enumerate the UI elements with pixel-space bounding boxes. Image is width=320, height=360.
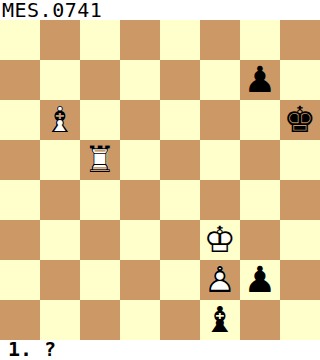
square-g2[interactable]: ♟: [240, 260, 280, 300]
square-b5[interactable]: [40, 140, 80, 180]
black-pawn-icon: ♟: [240, 60, 280, 100]
square-f7[interactable]: [200, 60, 240, 100]
square-c6[interactable]: [80, 100, 120, 140]
black-pawn-icon: ♟: [240, 260, 280, 300]
square-f4[interactable]: [200, 180, 240, 220]
square-a3[interactable]: [0, 220, 40, 260]
square-e5[interactable]: [160, 140, 200, 180]
square-d3[interactable]: [120, 220, 160, 260]
square-g6[interactable]: [240, 100, 280, 140]
square-c5[interactable]: ♜♖: [80, 140, 120, 180]
square-c7[interactable]: [80, 60, 120, 100]
square-f6[interactable]: [200, 100, 240, 140]
white-pawn-icon: ♙: [200, 260, 240, 300]
square-c1[interactable]: [80, 300, 120, 340]
square-g1[interactable]: [240, 300, 280, 340]
square-a2[interactable]: [0, 260, 40, 300]
square-e1[interactable]: [160, 300, 200, 340]
square-e3[interactable]: [160, 220, 200, 260]
square-e8[interactable]: [160, 20, 200, 60]
square-c3[interactable]: [80, 220, 120, 260]
square-a1[interactable]: [0, 300, 40, 340]
white-rook-fill: ♜: [80, 140, 120, 180]
square-d7[interactable]: [120, 60, 160, 100]
square-b6[interactable]: ♝♗: [40, 100, 80, 140]
square-f1[interactable]: ♝: [200, 300, 240, 340]
square-h8[interactable]: [280, 20, 320, 60]
white-king-fill: ♚: [200, 220, 240, 260]
white-bishop-icon: ♗: [40, 100, 80, 140]
square-b1[interactable]: [40, 300, 80, 340]
black-king-icon: ♚: [280, 100, 320, 140]
square-e7[interactable]: [160, 60, 200, 100]
square-a7[interactable]: [0, 60, 40, 100]
square-f5[interactable]: [200, 140, 240, 180]
square-d2[interactable]: [120, 260, 160, 300]
square-a4[interactable]: [0, 180, 40, 220]
square-a5[interactable]: [0, 140, 40, 180]
square-c2[interactable]: [80, 260, 120, 300]
square-b3[interactable]: [40, 220, 80, 260]
square-g4[interactable]: [240, 180, 280, 220]
diagram-title: MES.0741: [0, 0, 320, 20]
square-a8[interactable]: [0, 20, 40, 60]
square-g7[interactable]: ♟: [240, 60, 280, 100]
square-e4[interactable]: [160, 180, 200, 220]
square-a6[interactable]: [0, 100, 40, 140]
white-pawn-fill: ♟: [200, 260, 240, 300]
square-g8[interactable]: [240, 20, 280, 60]
square-f2[interactable]: ♟♙: [200, 260, 240, 300]
white-king-icon: ♔: [200, 220, 240, 260]
square-h3[interactable]: [280, 220, 320, 260]
square-f8[interactable]: [200, 20, 240, 60]
square-h7[interactable]: [280, 60, 320, 100]
white-rook-icon: ♖: [80, 140, 120, 180]
square-d4[interactable]: [120, 180, 160, 220]
square-h1[interactable]: [280, 300, 320, 340]
square-b4[interactable]: [40, 180, 80, 220]
square-h5[interactable]: [280, 140, 320, 180]
square-g5[interactable]: [240, 140, 280, 180]
square-d5[interactable]: [120, 140, 160, 180]
black-bishop-icon: ♝: [200, 300, 240, 340]
chess-diagram: MES.0741 ♟♝♗♚♜♖♚♔♟♙♟♝ 1. ?: [0, 0, 320, 360]
square-e6[interactable]: [160, 100, 200, 140]
square-h6[interactable]: ♚: [280, 100, 320, 140]
square-g3[interactable]: [240, 220, 280, 260]
square-e2[interactable]: [160, 260, 200, 300]
square-d1[interactable]: [120, 300, 160, 340]
move-prompt: 1. ?: [0, 340, 320, 360]
chess-board: ♟♝♗♚♜♖♚♔♟♙♟♝: [0, 20, 320, 340]
square-b7[interactable]: [40, 60, 80, 100]
square-d8[interactable]: [120, 20, 160, 60]
square-b2[interactable]: [40, 260, 80, 300]
white-bishop-fill: ♝: [40, 100, 80, 140]
square-c4[interactable]: [80, 180, 120, 220]
square-b8[interactable]: [40, 20, 80, 60]
square-f3[interactable]: ♚♔: [200, 220, 240, 260]
square-h4[interactable]: [280, 180, 320, 220]
square-h2[interactable]: [280, 260, 320, 300]
square-c8[interactable]: [80, 20, 120, 60]
square-d6[interactable]: [120, 100, 160, 140]
